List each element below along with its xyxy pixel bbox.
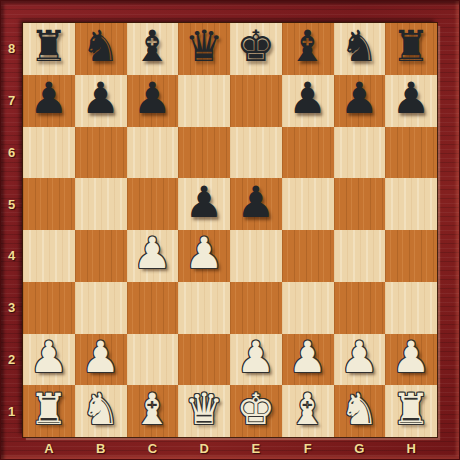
square-g8[interactable]: ♞ [334, 23, 386, 75]
rank-labels: 87654321 [0, 23, 23, 437]
square-c7[interactable]: ♟ [127, 75, 179, 127]
square-f3[interactable] [282, 282, 334, 334]
rank-label-4: 4 [0, 230, 23, 282]
rank-label-3: 3 [0, 282, 23, 334]
square-g2[interactable]: ♟ [334, 334, 386, 386]
square-c8[interactable]: ♝ [127, 23, 179, 75]
square-h2[interactable]: ♟ [385, 334, 437, 386]
square-c3[interactable] [127, 282, 179, 334]
square-d4[interactable]: ♟ [178, 230, 230, 282]
piece-black-knight[interactable]: ♞ [81, 25, 120, 68]
square-f4[interactable] [282, 230, 334, 282]
piece-black-bishop[interactable]: ♝ [133, 25, 172, 68]
piece-white-bishop[interactable]: ♝ [288, 388, 327, 431]
square-c1[interactable]: ♝ [127, 385, 179, 437]
square-h8[interactable]: ♜ [385, 23, 437, 75]
square-f2[interactable]: ♟ [282, 334, 334, 386]
piece-black-queen[interactable]: ♛ [185, 25, 224, 68]
piece-white-pawn[interactable]: ♟ [133, 232, 172, 275]
piece-white-knight[interactable]: ♞ [340, 388, 379, 431]
square-a2[interactable]: ♟ [23, 334, 75, 386]
square-e8[interactable]: ♚ [230, 23, 282, 75]
square-h1[interactable]: ♜ [385, 385, 437, 437]
square-d1[interactable]: ♛ [178, 385, 230, 437]
square-g4[interactable] [334, 230, 386, 282]
piece-white-bishop[interactable]: ♝ [133, 388, 172, 431]
square-f6[interactable] [282, 127, 334, 179]
piece-white-pawn[interactable]: ♟ [288, 336, 327, 379]
square-b6[interactable] [75, 127, 127, 179]
piece-white-pawn[interactable]: ♟ [185, 232, 224, 275]
square-a1[interactable]: ♜ [23, 385, 75, 437]
square-b4[interactable] [75, 230, 127, 282]
square-f7[interactable]: ♟ [282, 75, 334, 127]
square-a4[interactable] [23, 230, 75, 282]
piece-black-knight[interactable]: ♞ [340, 25, 379, 68]
file-label-h: H [385, 437, 437, 460]
square-e1[interactable]: ♚ [230, 385, 282, 437]
square-c4[interactable]: ♟ [127, 230, 179, 282]
square-a3[interactable] [23, 282, 75, 334]
square-b1[interactable]: ♞ [75, 385, 127, 437]
square-h4[interactable] [385, 230, 437, 282]
piece-black-pawn[interactable]: ♟ [81, 77, 120, 120]
square-b2[interactable]: ♟ [75, 334, 127, 386]
square-d3[interactable] [178, 282, 230, 334]
square-c6[interactable] [127, 127, 179, 179]
piece-black-king[interactable]: ♚ [237, 25, 276, 68]
square-a8[interactable]: ♜ [23, 23, 75, 75]
piece-black-bishop[interactable]: ♝ [288, 25, 327, 68]
square-b8[interactable]: ♞ [75, 23, 127, 75]
piece-black-pawn[interactable]: ♟ [288, 77, 327, 120]
piece-white-king[interactable]: ♚ [237, 388, 276, 431]
file-label-f: F [282, 437, 334, 460]
file-label-c: C [127, 437, 179, 460]
piece-white-pawn[interactable]: ♟ [392, 336, 431, 379]
piece-white-pawn[interactable]: ♟ [237, 336, 276, 379]
square-h5[interactable] [385, 178, 437, 230]
file-label-g: G [334, 437, 386, 460]
rank-label-5: 5 [0, 178, 23, 230]
square-d6[interactable] [178, 127, 230, 179]
square-h6[interactable] [385, 127, 437, 179]
file-label-a: A [23, 437, 75, 460]
piece-white-knight[interactable]: ♞ [81, 388, 120, 431]
rank-label-1: 1 [0, 385, 23, 437]
piece-black-rook[interactable]: ♜ [30, 25, 69, 68]
square-e2[interactable]: ♟ [230, 334, 282, 386]
square-e3[interactable] [230, 282, 282, 334]
rank-label-2: 2 [0, 334, 23, 386]
square-a6[interactable] [23, 127, 75, 179]
file-labels: ABCDEFGH [23, 437, 437, 460]
square-b7[interactable]: ♟ [75, 75, 127, 127]
piece-black-pawn[interactable]: ♟ [133, 77, 172, 120]
square-h3[interactable] [385, 282, 437, 334]
square-c5[interactable] [127, 178, 179, 230]
piece-white-queen[interactable]: ♛ [185, 388, 224, 431]
file-label-e: E [230, 437, 282, 460]
piece-black-pawn[interactable]: ♟ [392, 77, 431, 120]
square-g3[interactable] [334, 282, 386, 334]
square-d7[interactable] [178, 75, 230, 127]
file-label-d: D [178, 437, 230, 460]
piece-white-rook[interactable]: ♜ [392, 388, 431, 431]
piece-white-pawn[interactable]: ♟ [81, 336, 120, 379]
square-e6[interactable] [230, 127, 282, 179]
piece-black-pawn[interactable]: ♟ [30, 77, 69, 120]
square-h7[interactable]: ♟ [385, 75, 437, 127]
rank-label-7: 7 [0, 75, 23, 127]
square-b5[interactable] [75, 178, 127, 230]
piece-white-rook[interactable]: ♜ [30, 388, 69, 431]
square-g5[interactable] [334, 178, 386, 230]
piece-white-pawn[interactable]: ♟ [340, 336, 379, 379]
square-f8[interactable]: ♝ [282, 23, 334, 75]
rank-label-6: 6 [0, 127, 23, 179]
square-b3[interactable] [75, 282, 127, 334]
square-d5[interactable]: ♟ [178, 178, 230, 230]
square-f1[interactable]: ♝ [282, 385, 334, 437]
piece-black-pawn[interactable]: ♟ [340, 77, 379, 120]
chess-board: ♜♞♝♛♚♝♞♜♟♟♟♟♟♟♟♟♟♟♟♟♟♟♟♟♜♞♝♛♚♝♞♜ [23, 23, 437, 437]
piece-black-pawn[interactable]: ♟ [185, 181, 224, 224]
piece-black-pawn[interactable]: ♟ [237, 181, 276, 224]
square-g7[interactable]: ♟ [334, 75, 386, 127]
square-g1[interactable]: ♞ [334, 385, 386, 437]
square-d2[interactable] [178, 334, 230, 386]
file-label-b: B [75, 437, 127, 460]
square-a5[interactable] [23, 178, 75, 230]
square-a7[interactable]: ♟ [23, 75, 75, 127]
square-c2[interactable] [127, 334, 179, 386]
square-f5[interactable] [282, 178, 334, 230]
square-g6[interactable] [334, 127, 386, 179]
square-d8[interactable]: ♛ [178, 23, 230, 75]
piece-white-pawn[interactable]: ♟ [30, 336, 69, 379]
square-e4[interactable] [230, 230, 282, 282]
board-frame: 87654321 ABCDEFGH ♜♞♝♛♚♝♞♜♟♟♟♟♟♟♟♟♟♟♟♟♟♟… [0, 0, 460, 460]
piece-black-rook[interactable]: ♜ [392, 25, 431, 68]
square-e7[interactable] [230, 75, 282, 127]
rank-label-8: 8 [0, 23, 23, 75]
square-e5[interactable]: ♟ [230, 178, 282, 230]
